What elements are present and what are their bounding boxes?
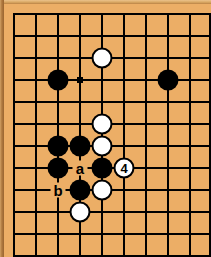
go-board-diagram: ab4 [0,0,211,257]
black-stone [48,136,69,157]
white-stone [92,48,113,69]
stones-layer: ab4 [0,0,211,257]
black-stone [70,136,91,157]
white-stone [92,136,113,157]
point-label-a: a [73,161,88,176]
white-stone [70,202,91,223]
white-stone-move-4: 4 [114,158,135,179]
black-stone [92,158,113,179]
black-stone [70,180,91,201]
black-stone [48,158,69,179]
black-stone [48,70,69,91]
black-stone [158,70,179,91]
point-label-b: b [51,183,66,198]
hoshi-star-point [77,77,83,83]
white-stone [92,114,113,135]
white-stone [92,180,113,201]
